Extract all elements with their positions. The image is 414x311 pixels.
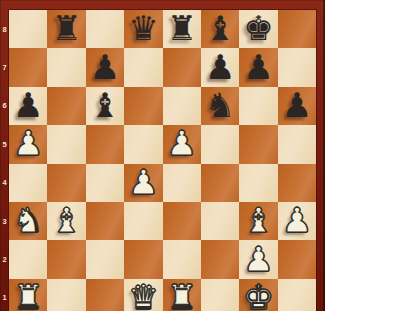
square-h4[interactable]: [278, 164, 316, 202]
square-b2[interactable]: [47, 240, 85, 278]
square-b1[interactable]: [47, 279, 85, 311]
square-c5[interactable]: [86, 125, 124, 163]
rank-label-7: 7: [0, 48, 9, 86]
piece-white-pawn: ♟: [167, 124, 197, 162]
piece-white-queen: ♛: [128, 278, 158, 311]
square-c2[interactable]: [86, 240, 124, 278]
square-g6[interactable]: [239, 87, 277, 125]
square-b6[interactable]: [47, 87, 85, 125]
square-d8[interactable]: ♛: [124, 10, 162, 48]
square-d2[interactable]: [124, 240, 162, 278]
piece-black-pawn: ♟: [90, 48, 120, 86]
square-f2[interactable]: [201, 240, 239, 278]
piece-black-bishop: ♝: [205, 9, 235, 47]
square-e8[interactable]: ♜: [163, 10, 201, 48]
piece-white-pawn: ♟: [282, 201, 312, 239]
square-h8[interactable]: [278, 10, 316, 48]
square-d6[interactable]: [124, 87, 162, 125]
square-c6[interactable]: ♝: [86, 87, 124, 125]
piece-black-pawn: ♟: [243, 48, 273, 86]
square-a8[interactable]: [9, 10, 47, 48]
square-h6[interactable]: ♟: [278, 87, 316, 125]
piece-black-pawn: ♟: [205, 48, 235, 86]
square-g8[interactable]: ♚: [239, 10, 277, 48]
piece-white-pawn: ♟: [13, 124, 43, 162]
square-a5[interactable]: ♟: [9, 125, 47, 163]
square-a2[interactable]: [9, 240, 47, 278]
square-a7[interactable]: [9, 48, 47, 86]
piece-white-knight: ♞: [13, 201, 43, 239]
page-background: ♜♛♜♝♚♟♟♟♟♝♞♟♟♟♟♞♝♝♟♟♜♛♜♚ 87654321: [0, 0, 414, 311]
piece-black-pawn: ♟: [282, 86, 312, 124]
chess-board: ♜♛♜♝♚♟♟♟♟♝♞♟♟♟♟♞♝♝♟♟♜♛♜♚: [9, 10, 316, 311]
square-e4[interactable]: [163, 164, 201, 202]
piece-white-king: ♚: [243, 278, 273, 311]
board-frame: ♜♛♜♝♚♟♟♟♟♝♞♟♟♟♟♞♝♝♟♟♜♛♜♚ 87654321: [0, 0, 325, 311]
square-h5[interactable]: [278, 125, 316, 163]
piece-white-bishop: ♝: [51, 201, 81, 239]
square-b7[interactable]: [47, 48, 85, 86]
rank-label-5: 5: [0, 125, 9, 163]
square-e5[interactable]: ♟: [163, 125, 201, 163]
piece-black-rook: ♜: [51, 9, 81, 47]
square-g1[interactable]: ♚: [239, 279, 277, 311]
square-g4[interactable]: [239, 164, 277, 202]
square-f6[interactable]: ♞: [201, 87, 239, 125]
square-a1[interactable]: ♜: [9, 279, 47, 311]
piece-black-queen: ♛: [128, 9, 158, 47]
piece-black-bishop: ♝: [90, 86, 120, 124]
square-f1[interactable]: [201, 279, 239, 311]
piece-white-pawn: ♟: [128, 163, 158, 201]
piece-black-rook: ♜: [167, 9, 197, 47]
right-margin: [325, 0, 414, 311]
square-f4[interactable]: [201, 164, 239, 202]
rank-label-3: 3: [0, 202, 9, 240]
square-d5[interactable]: [124, 125, 162, 163]
square-d3[interactable]: [124, 202, 162, 240]
square-f8[interactable]: ♝: [201, 10, 239, 48]
piece-black-pawn: ♟: [13, 86, 43, 124]
rank-label-6: 6: [0, 87, 9, 125]
square-c1[interactable]: [86, 279, 124, 311]
rank-label-4: 4: [0, 164, 9, 202]
square-g2[interactable]: ♟: [239, 240, 277, 278]
square-c3[interactable]: [86, 202, 124, 240]
square-h2[interactable]: [278, 240, 316, 278]
square-d1[interactable]: ♛: [124, 279, 162, 311]
rank-label-8: 8: [0, 10, 9, 48]
rank-label-2: 2: [0, 240, 9, 278]
square-e6[interactable]: [163, 87, 201, 125]
square-f5[interactable]: [201, 125, 239, 163]
square-e7[interactable]: [163, 48, 201, 86]
square-e2[interactable]: [163, 240, 201, 278]
square-c7[interactable]: ♟: [86, 48, 124, 86]
square-h3[interactable]: ♟: [278, 202, 316, 240]
piece-black-knight: ♞: [205, 86, 235, 124]
square-e3[interactable]: [163, 202, 201, 240]
square-b8[interactable]: ♜: [47, 10, 85, 48]
square-c4[interactable]: [86, 164, 124, 202]
square-d4[interactable]: ♟: [124, 164, 162, 202]
square-h1[interactable]: [278, 279, 316, 311]
square-g3[interactable]: ♝: [239, 202, 277, 240]
square-a6[interactable]: ♟: [9, 87, 47, 125]
square-b3[interactable]: ♝: [47, 202, 85, 240]
square-g7[interactable]: ♟: [239, 48, 277, 86]
piece-white-rook: ♜: [13, 278, 43, 311]
piece-black-king: ♚: [243, 9, 273, 47]
square-a4[interactable]: [9, 164, 47, 202]
square-g5[interactable]: [239, 125, 277, 163]
piece-white-pawn: ♟: [243, 240, 273, 278]
square-h7[interactable]: [278, 48, 316, 86]
piece-white-bishop: ♝: [243, 201, 273, 239]
square-e1[interactable]: ♜: [163, 279, 201, 311]
square-b5[interactable]: [47, 125, 85, 163]
square-c8[interactable]: [86, 10, 124, 48]
rank-label-1: 1: [0, 279, 9, 311]
square-b4[interactable]: [47, 164, 85, 202]
square-f3[interactable]: [201, 202, 239, 240]
square-d7[interactable]: [124, 48, 162, 86]
square-a3[interactable]: ♞: [9, 202, 47, 240]
square-f7[interactable]: ♟: [201, 48, 239, 86]
piece-white-rook: ♜: [167, 278, 197, 311]
